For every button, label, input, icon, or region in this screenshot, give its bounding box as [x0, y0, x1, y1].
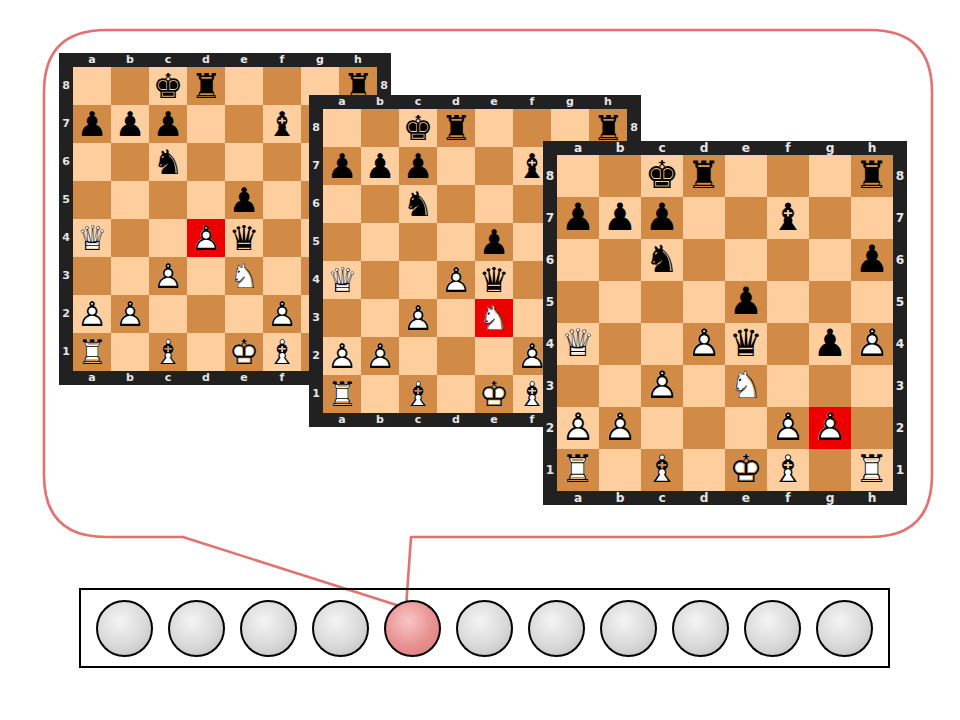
square-e7 — [725, 197, 767, 239]
rank-label-3: 3 — [309, 299, 323, 337]
file-label-a: a — [557, 141, 599, 155]
rank-label-3: 3 — [59, 257, 73, 295]
square-c2 — [149, 295, 187, 333]
rank-label-4: 4 — [893, 323, 907, 365]
rank-label-1: 1 — [309, 375, 323, 413]
square-d8: ♜ — [437, 109, 475, 147]
piece-outline: ♖ — [561, 451, 595, 489]
rank-label-1: 1 — [543, 449, 557, 491]
file-label-g: g — [301, 53, 339, 67]
piece-outline: ♙ — [603, 409, 637, 447]
square-f7: ♝ — [263, 105, 301, 143]
file-label-e: e — [225, 371, 263, 385]
square-f5 — [767, 281, 809, 323]
white-king-piece: ♚♔ — [229, 335, 260, 369]
square-b6 — [111, 143, 149, 181]
square-d6 — [187, 143, 225, 181]
file-label-e: e — [475, 413, 513, 427]
rank-label-7: 7 — [893, 197, 907, 239]
file-label-h: h — [339, 53, 377, 67]
white-pawn-piece: ♟♙ — [813, 409, 847, 447]
file-label-a: a — [73, 371, 111, 385]
square-a6 — [73, 143, 111, 181]
square-c8: ♚ — [149, 67, 187, 105]
square-c3: ♟♙ — [399, 299, 437, 337]
token-8 — [600, 600, 657, 657]
white-knight-piece: ♞♘ — [729, 367, 763, 405]
piece-outline: ♕ — [327, 263, 358, 297]
square-e2 — [725, 407, 767, 449]
file-label-a: a — [323, 95, 361, 109]
square-f1: ♝♗ — [263, 333, 301, 371]
square-d6 — [683, 239, 725, 281]
square-c8: ♚ — [641, 155, 683, 197]
square-a7: ♟ — [557, 197, 599, 239]
white-pawn-piece: ♟♙ — [267, 297, 298, 331]
black-queen-piece: ♛ — [729, 325, 763, 363]
rank-label-6: 6 — [59, 143, 73, 181]
rank-label-2: 2 — [893, 407, 907, 449]
black-queen-piece: ♛ — [229, 221, 260, 255]
piece-outline: ♙ — [561, 409, 595, 447]
square-b4 — [599, 323, 641, 365]
black-pawn-piece: ♟ — [229, 183, 260, 217]
square-b3 — [599, 365, 641, 407]
black-pawn-piece: ♟ — [479, 225, 510, 259]
piece-outline: ♖ — [855, 451, 889, 489]
white-pawn-piece: ♟♙ — [561, 409, 595, 447]
file-label-c: c — [149, 53, 187, 67]
file-label-b: b — [111, 53, 149, 67]
token-4 — [312, 600, 369, 657]
piece-outline: ♙ — [403, 301, 434, 335]
piece-outline: ♖ — [327, 377, 358, 411]
square-e6 — [725, 239, 767, 281]
black-pawn-piece: ♟ — [855, 241, 889, 279]
square-c4 — [149, 219, 187, 257]
white-pawn-piece: ♟♙ — [603, 409, 637, 447]
black-king-piece: ♚ — [403, 111, 434, 145]
white-pawn-piece: ♟♙ — [645, 367, 679, 405]
square-e3: ♞♘ — [725, 365, 767, 407]
rank-label-8: 8 — [309, 109, 323, 147]
chessboard-3: abcdefgh8♚♜♜87♟♟♟♝76♞♟65♟54♛♕♟♙♛♟♟♙43♟♙♞… — [543, 141, 907, 505]
rank-label-6: 6 — [893, 239, 907, 281]
board-corner — [377, 53, 391, 67]
file-label-e: e — [475, 95, 513, 109]
square-h3 — [851, 365, 893, 407]
square-e3: ♞♘ — [225, 257, 263, 295]
white-pawn-piece: ♟♙ — [327, 339, 358, 373]
file-label-g: g — [809, 141, 851, 155]
square-e7 — [225, 105, 263, 143]
black-pawn-piece: ♟ — [77, 107, 108, 141]
square-e6 — [475, 185, 513, 223]
square-d5 — [437, 223, 475, 261]
square-b3 — [111, 257, 149, 295]
square-f6 — [263, 143, 301, 181]
piece-outline: ♙ — [813, 409, 847, 447]
square-c1: ♝♗ — [641, 449, 683, 491]
piece-outline: ♙ — [365, 339, 396, 373]
board-corner — [309, 413, 323, 427]
piece-outline: ♙ — [191, 221, 222, 255]
black-rook-piece: ♜ — [687, 157, 721, 195]
square-f2: ♟♙ — [263, 295, 301, 333]
square-d4: ♟♙ — [187, 219, 225, 257]
white-rook-piece: ♜♖ — [561, 451, 595, 489]
square-g6 — [809, 239, 851, 281]
square-b8 — [361, 109, 399, 147]
board-corner — [627, 95, 641, 109]
square-f5 — [263, 181, 301, 219]
square-e1: ♚♔ — [475, 375, 513, 413]
white-knight-piece: ♞♘ — [229, 259, 260, 293]
file-label-a: a — [73, 53, 111, 67]
square-e4: ♛ — [475, 261, 513, 299]
black-pawn-piece: ♟ — [645, 199, 679, 237]
square-b6 — [361, 185, 399, 223]
rank-label-8: 8 — [59, 67, 73, 105]
file-label-d: d — [683, 491, 725, 505]
square-b2: ♟♙ — [361, 337, 399, 375]
square-d1 — [437, 375, 475, 413]
square-a1: ♜♖ — [73, 333, 111, 371]
white-rook-piece: ♜♖ — [855, 451, 889, 489]
square-e2 — [475, 337, 513, 375]
black-pawn-piece: ♟ — [813, 325, 847, 363]
black-pawn-piece: ♟ — [115, 107, 146, 141]
file-label-g: g — [809, 491, 851, 505]
rank-label-4: 4 — [543, 323, 557, 365]
square-c5 — [399, 223, 437, 261]
square-f3 — [263, 257, 301, 295]
square-c7: ♟ — [149, 105, 187, 143]
white-pawn-piece: ♟♙ — [191, 221, 222, 255]
square-b5 — [361, 223, 399, 261]
square-d1 — [187, 333, 225, 371]
white-pawn-piece: ♟♙ — [153, 259, 184, 293]
white-pawn-piece: ♟♙ — [365, 339, 396, 373]
rank-label-7: 7 — [309, 147, 323, 185]
rank-label-5: 5 — [309, 223, 323, 261]
black-rook-piece: ♜ — [191, 69, 222, 103]
square-d2 — [683, 407, 725, 449]
square-h4: ♟♙ — [851, 323, 893, 365]
token-5-highlighted — [384, 600, 441, 657]
black-king-piece: ♚ — [153, 69, 184, 103]
square-a2: ♟♙ — [557, 407, 599, 449]
piece-outline: ♙ — [645, 367, 679, 405]
file-label-f: f — [767, 141, 809, 155]
piece-outline: ♙ — [441, 263, 472, 297]
square-h7 — [851, 197, 893, 239]
piece-outline: ♔ — [479, 377, 510, 411]
file-label-c: c — [399, 95, 437, 109]
square-a7: ♟ — [73, 105, 111, 143]
black-pawn-piece: ♟ — [153, 107, 184, 141]
board-corner — [893, 491, 907, 505]
square-b7: ♟ — [361, 147, 399, 185]
white-king-piece: ♚♔ — [479, 377, 510, 411]
white-pawn-piece: ♟♙ — [115, 297, 146, 331]
file-label-g: g — [551, 95, 589, 109]
white-king-piece: ♚♔ — [729, 451, 763, 489]
piece-outline: ♘ — [729, 367, 763, 405]
file-label-f: f — [767, 491, 809, 505]
piece-outline: ♗ — [403, 377, 434, 411]
piece-outline: ♗ — [153, 335, 184, 369]
square-f4 — [767, 323, 809, 365]
square-b5 — [111, 181, 149, 219]
square-c5 — [149, 181, 187, 219]
square-d2 — [437, 337, 475, 375]
square-c8: ♚ — [399, 109, 437, 147]
file-label-b: b — [361, 413, 399, 427]
file-label-b: b — [111, 371, 149, 385]
square-a3 — [323, 299, 361, 337]
square-f6 — [767, 239, 809, 281]
black-pawn-piece: ♟ — [561, 199, 595, 237]
file-label-d: d — [437, 95, 475, 109]
rank-label-2: 2 — [543, 407, 557, 449]
token-6 — [456, 600, 513, 657]
black-pawn-piece: ♟ — [327, 149, 358, 183]
square-a5 — [73, 181, 111, 219]
piece-outline: ♘ — [229, 259, 260, 293]
black-pawn-piece: ♟ — [729, 283, 763, 321]
black-bishop-piece: ♝ — [267, 107, 298, 141]
file-label-d: d — [187, 371, 225, 385]
file-label-e: e — [225, 53, 263, 67]
file-label-f: f — [263, 53, 301, 67]
square-h5 — [851, 281, 893, 323]
square-f3 — [767, 365, 809, 407]
square-b1 — [599, 449, 641, 491]
square-h2 — [851, 407, 893, 449]
piece-outline: ♖ — [77, 335, 108, 369]
board-corner — [893, 141, 907, 155]
square-c5 — [641, 281, 683, 323]
white-bishop-piece: ♝♗ — [645, 451, 679, 489]
file-label-a: a — [557, 491, 599, 505]
square-c6: ♞ — [149, 143, 187, 181]
square-e8 — [225, 67, 263, 105]
square-d8: ♜ — [187, 67, 225, 105]
square-c4 — [399, 261, 437, 299]
square-g3 — [809, 365, 851, 407]
square-e5: ♟ — [475, 223, 513, 261]
square-e7 — [475, 147, 513, 185]
square-b7: ♟ — [111, 105, 149, 143]
square-a8 — [73, 67, 111, 105]
square-a3 — [73, 257, 111, 295]
board-corner — [543, 141, 557, 155]
square-d5 — [683, 281, 725, 323]
square-g4: ♟ — [809, 323, 851, 365]
square-a5 — [323, 223, 361, 261]
black-rook-piece: ♜ — [593, 111, 624, 145]
file-label-c: c — [399, 413, 437, 427]
square-c7: ♟ — [399, 147, 437, 185]
square-h8: ♜ — [851, 155, 893, 197]
board-corner — [309, 95, 323, 109]
square-e5: ♟ — [725, 281, 767, 323]
board-corner — [59, 53, 73, 67]
square-d3 — [437, 299, 475, 337]
square-e2 — [225, 295, 263, 333]
token-3 — [240, 600, 297, 657]
square-g5 — [809, 281, 851, 323]
rank-label-5: 5 — [59, 181, 73, 219]
piece-outline: ♔ — [729, 451, 763, 489]
rank-label-5: 5 — [543, 281, 557, 323]
square-c1: ♝♗ — [149, 333, 187, 371]
square-a3 — [557, 365, 599, 407]
rank-label-8: 8 — [893, 155, 907, 197]
piece-outline: ♙ — [855, 325, 889, 363]
square-h1: ♜♖ — [851, 449, 893, 491]
square-f8 — [263, 67, 301, 105]
rank-label-3: 3 — [893, 365, 907, 407]
board-corner — [543, 491, 557, 505]
piece-outline: ♙ — [267, 297, 298, 331]
square-d3 — [683, 365, 725, 407]
file-label-h: h — [589, 95, 627, 109]
rank-label-4: 4 — [59, 219, 73, 257]
square-h6: ♟ — [851, 239, 893, 281]
rank-label-1: 1 — [59, 333, 73, 371]
square-c6: ♞ — [399, 185, 437, 223]
piece-outline: ♙ — [115, 297, 146, 331]
file-label-h: h — [851, 491, 893, 505]
square-b5 — [599, 281, 641, 323]
file-label-c: c — [641, 491, 683, 505]
file-label-e: e — [725, 491, 767, 505]
file-label-d: d — [437, 413, 475, 427]
piece-outline: ♙ — [687, 325, 721, 363]
piece-outline: ♘ — [479, 301, 510, 335]
token-strip — [79, 588, 890, 668]
white-knight-piece: ♞♘ — [479, 301, 510, 335]
square-d3 — [187, 257, 225, 295]
square-d1 — [683, 449, 725, 491]
rank-label-3: 3 — [543, 365, 557, 407]
rank-label-8: 8 — [543, 155, 557, 197]
square-b8 — [111, 67, 149, 105]
square-e1: ♚♔ — [725, 449, 767, 491]
white-pawn-piece: ♟♙ — [771, 409, 805, 447]
rank-label-2: 2 — [59, 295, 73, 333]
black-knight-piece: ♞ — [645, 241, 679, 279]
square-f2: ♟♙ — [767, 407, 809, 449]
black-rook-piece: ♜ — [441, 111, 472, 145]
square-f8 — [767, 155, 809, 197]
piece-outline: ♗ — [267, 335, 298, 369]
file-label-c: c — [149, 371, 187, 385]
piece-outline: ♗ — [645, 451, 679, 489]
rank-label-1: 1 — [893, 449, 907, 491]
figure-canvas: abcdefgh8♚♜♜87♟♟♟♝76♞♟65♟54♛♕♟♙♛♟♟♙43♟♙♞… — [0, 0, 960, 720]
file-label-d: d — [187, 53, 225, 67]
square-b2: ♟♙ — [599, 407, 641, 449]
square-d7 — [437, 147, 475, 185]
token-2 — [168, 600, 225, 657]
square-f1: ♝♗ — [767, 449, 809, 491]
token-7 — [528, 600, 585, 657]
rank-label-7: 7 — [543, 197, 557, 239]
square-c7: ♟ — [641, 197, 683, 239]
square-g2: ♟♙ — [809, 407, 851, 449]
square-f4 — [263, 219, 301, 257]
square-c6: ♞ — [641, 239, 683, 281]
square-c2 — [641, 407, 683, 449]
square-a1: ♜♖ — [323, 375, 361, 413]
square-a7: ♟ — [323, 147, 361, 185]
square-e8 — [725, 155, 767, 197]
token-10 — [744, 600, 801, 657]
white-bishop-piece: ♝♗ — [403, 377, 434, 411]
black-bishop-piece: ♝ — [771, 199, 805, 237]
white-queen-piece: ♛♕ — [327, 263, 358, 297]
black-queen-piece: ♛ — [479, 263, 510, 297]
square-d6 — [437, 185, 475, 223]
rank-label-4: 4 — [309, 261, 323, 299]
square-b1 — [361, 375, 399, 413]
piece-outline: ♕ — [561, 325, 595, 363]
rank-label-2: 2 — [309, 337, 323, 375]
square-c4 — [641, 323, 683, 365]
square-g1 — [809, 449, 851, 491]
black-knight-piece: ♞ — [153, 145, 184, 179]
square-d4: ♟♙ — [437, 261, 475, 299]
white-pawn-piece: ♟♙ — [687, 325, 721, 363]
black-pawn-piece: ♟ — [603, 199, 637, 237]
square-b3 — [361, 299, 399, 337]
white-bishop-piece: ♝♗ — [267, 335, 298, 369]
piece-outline: ♔ — [229, 335, 260, 369]
white-queen-piece: ♛♕ — [561, 325, 595, 363]
file-label-a: a — [323, 413, 361, 427]
board-corner — [59, 371, 73, 385]
white-rook-piece: ♜♖ — [77, 335, 108, 369]
square-e4: ♛ — [725, 323, 767, 365]
token-11 — [816, 600, 873, 657]
square-a2: ♟♙ — [73, 295, 111, 333]
piece-outline: ♕ — [77, 221, 108, 255]
rank-label-7: 7 — [59, 105, 73, 143]
piece-outline: ♙ — [153, 259, 184, 293]
square-c3: ♟♙ — [149, 257, 187, 295]
square-d2 — [187, 295, 225, 333]
square-c1: ♝♗ — [399, 375, 437, 413]
white-pawn-piece: ♟♙ — [77, 297, 108, 331]
square-d8: ♜ — [683, 155, 725, 197]
square-e8 — [475, 109, 513, 147]
square-a8 — [323, 109, 361, 147]
white-pawn-piece: ♟♙ — [855, 325, 889, 363]
square-b2: ♟♙ — [111, 295, 149, 333]
white-pawn-piece: ♟♙ — [403, 301, 434, 335]
black-pawn-piece: ♟ — [365, 149, 396, 183]
token-9 — [672, 600, 729, 657]
square-b4 — [111, 219, 149, 257]
black-pawn-piece: ♟ — [403, 149, 434, 183]
square-a4: ♛♕ — [557, 323, 599, 365]
white-queen-piece: ♛♕ — [77, 221, 108, 255]
square-e6 — [225, 143, 263, 181]
piece-outline: ♙ — [77, 297, 108, 331]
